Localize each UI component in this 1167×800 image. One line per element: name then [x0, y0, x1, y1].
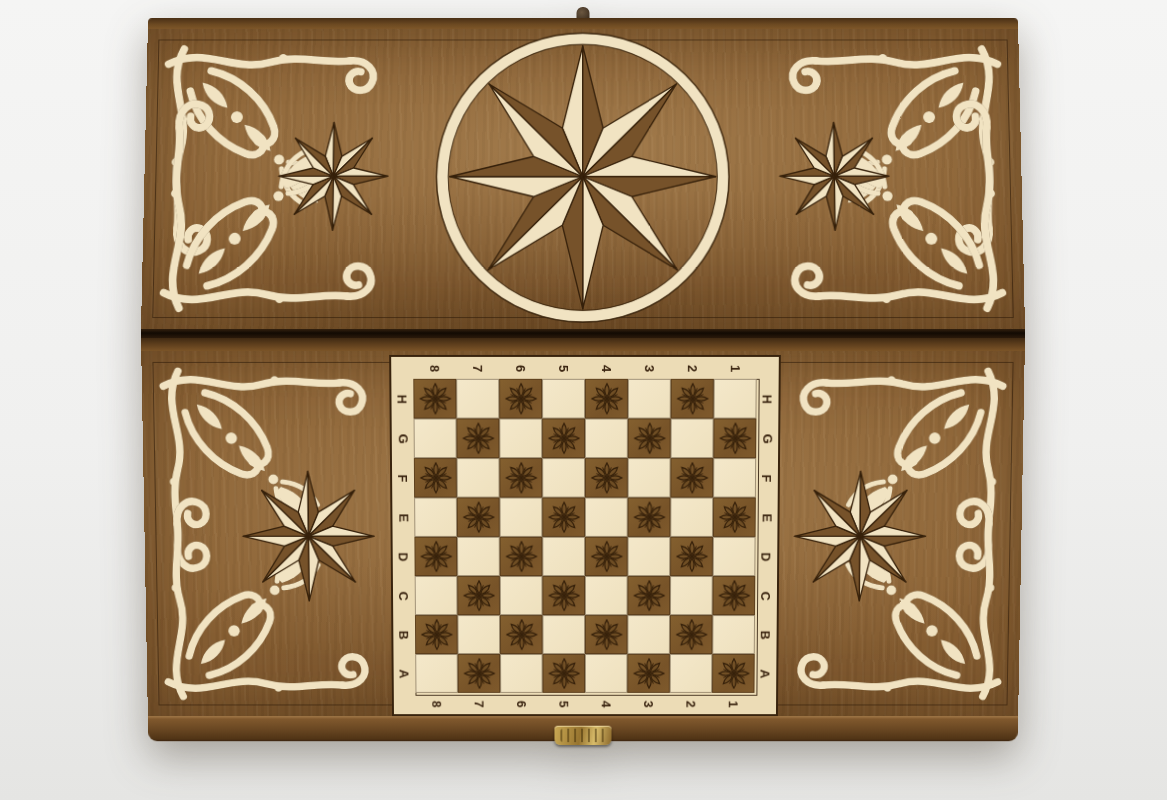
number-label: 5: [542, 357, 585, 379]
front-rim: [148, 716, 1018, 741]
letter-label: E: [392, 498, 414, 537]
square-c7[interactable]: [457, 576, 500, 615]
number-label: 6: [499, 357, 542, 379]
square-f6[interactable]: [499, 458, 542, 497]
number-label: 4: [585, 357, 628, 379]
letter-label: B: [393, 615, 415, 654]
number-label: 2: [670, 693, 712, 714]
number-label: 1: [712, 693, 754, 714]
photo-scene: 87654321HHGGFFEEDDCCBBAA87654321: [0, 0, 1167, 800]
board-border-corner: [754, 693, 776, 714]
square-g1[interactable]: [713, 419, 756, 459]
square-c2[interactable]: [670, 576, 713, 615]
square-g8[interactable]: [414, 419, 457, 459]
compass-star-icon: [237, 466, 380, 606]
square-b4[interactable]: [585, 615, 628, 654]
letter-label: A: [393, 654, 415, 693]
square-f2[interactable]: [670, 458, 713, 497]
chessboard: 87654321HHGGFFEEDDCCBBAA87654321: [389, 355, 781, 716]
square-f3[interactable]: [628, 458, 671, 497]
square-c3[interactable]: [627, 576, 670, 615]
number-label: 1: [714, 357, 757, 379]
square-b8[interactable]: [415, 615, 458, 654]
compass-star-emblem-icon: [430, 29, 735, 328]
number-label: 4: [585, 693, 627, 714]
square-h6[interactable]: [499, 379, 542, 419]
square-g2[interactable]: [671, 419, 714, 459]
square-d2[interactable]: [670, 537, 713, 576]
letter-label: E: [756, 498, 778, 537]
square-b1[interactable]: [712, 615, 755, 654]
tray-panel: 87654321HHGGFFEEDDCCBBAA87654321: [141, 338, 1025, 741]
square-c5[interactable]: [542, 576, 585, 615]
square-b3[interactable]: [627, 615, 670, 654]
letter-label: F: [392, 458, 414, 497]
square-g6[interactable]: [499, 419, 542, 459]
number-label: 3: [627, 693, 669, 714]
square-h7[interactable]: [456, 379, 499, 419]
lid-surface: [141, 29, 1025, 329]
hinge-seam: [141, 329, 1025, 338]
square-h2[interactable]: [671, 379, 714, 419]
square-g3[interactable]: [628, 419, 671, 459]
square-h1[interactable]: [714, 379, 757, 419]
square-b2[interactable]: [670, 615, 713, 654]
square-g7[interactable]: [456, 419, 499, 459]
square-a6[interactable]: [500, 654, 543, 693]
square-h3[interactable]: [628, 379, 671, 419]
number-label: 5: [543, 693, 585, 714]
number-label: 2: [671, 357, 714, 379]
compass-star-icon: [789, 466, 932, 606]
compass-star-icon: [274, 118, 393, 234]
tray-surface: 87654321HHGGFFEEDDCCBBAA87654321: [141, 351, 1025, 716]
square-g4[interactable]: [585, 419, 628, 459]
number-label: 7: [456, 357, 499, 379]
square-c4[interactable]: [585, 576, 628, 615]
clasp-ridges: [560, 729, 605, 743]
square-c8[interactable]: [415, 576, 458, 615]
letter-label: C: [755, 576, 777, 615]
letter-label: G: [756, 419, 778, 459]
square-h8[interactable]: [413, 379, 456, 419]
square-a1[interactable]: [712, 654, 755, 693]
square-e6[interactable]: [500, 498, 543, 537]
letter-label: H: [756, 379, 778, 419]
square-e5[interactable]: [542, 498, 585, 537]
tray-edge-bevel: [141, 338, 1025, 351]
letter-label: D: [755, 537, 777, 576]
letter-label: G: [392, 419, 414, 459]
number-label: 7: [458, 693, 500, 714]
square-a2[interactable]: [670, 654, 713, 693]
letter-label: C: [393, 576, 415, 615]
game-box: 87654321HHGGFFEEDDCCBBAA87654321: [141, 12, 1025, 749]
number-label: 6: [500, 693, 542, 714]
square-f5[interactable]: [542, 458, 585, 497]
number-label: 8: [415, 693, 457, 714]
square-a7[interactable]: [458, 654, 501, 693]
square-b6[interactable]: [500, 615, 543, 654]
square-a8[interactable]: [415, 654, 458, 693]
lid-panel: [141, 18, 1025, 329]
square-d8[interactable]: [414, 537, 457, 576]
square-f4[interactable]: [585, 458, 628, 497]
square-f7[interactable]: [457, 458, 500, 497]
square-e3[interactable]: [628, 498, 671, 537]
letter-label: H: [391, 379, 413, 419]
square-d7[interactable]: [457, 537, 500, 576]
square-b7[interactable]: [457, 615, 500, 654]
square-d4[interactable]: [585, 537, 628, 576]
square-d1[interactable]: [713, 537, 756, 576]
square-f1[interactable]: [713, 458, 756, 497]
square-e2[interactable]: [670, 498, 713, 537]
number-label: 8: [413, 357, 456, 379]
number-label: 3: [628, 357, 671, 379]
board-border-corner: [394, 693, 416, 714]
board-border-corner: [391, 357, 413, 379]
lid-edge-bevel: [148, 18, 1018, 29]
square-e8[interactable]: [414, 498, 457, 537]
square-a3[interactable]: [627, 654, 670, 693]
square-c1[interactable]: [713, 576, 756, 615]
square-d5[interactable]: [542, 537, 585, 576]
letter-label: D: [393, 537, 415, 576]
letter-label: B: [755, 615, 777, 654]
square-d6[interactable]: [500, 537, 543, 576]
square-e1[interactable]: [713, 498, 756, 537]
square-d3[interactable]: [628, 537, 671, 576]
square-a4[interactable]: [585, 654, 627, 693]
board-border-corner: [757, 357, 779, 379]
square-e4[interactable]: [585, 498, 628, 537]
square-h5[interactable]: [542, 379, 585, 419]
letter-label: F: [756, 458, 778, 497]
brass-clasp: [554, 726, 611, 745]
square-a5[interactable]: [543, 654, 585, 693]
letter-label: A: [754, 654, 776, 693]
square-f8[interactable]: [414, 458, 457, 497]
square-b5[interactable]: [542, 615, 585, 654]
compass-star-icon: [775, 118, 894, 234]
square-g5[interactable]: [542, 419, 585, 459]
square-h4[interactable]: [585, 379, 628, 419]
square-e7[interactable]: [457, 498, 500, 537]
square-c6[interactable]: [500, 576, 543, 615]
